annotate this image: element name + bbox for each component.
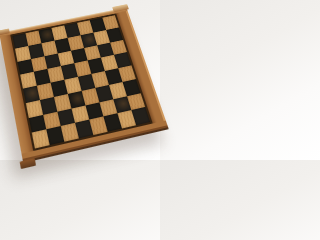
photo-scene bbox=[0, 0, 160, 160]
rail-end-cap-bottom-left bbox=[20, 158, 36, 160]
board-grid bbox=[12, 15, 150, 148]
rail-end-cap-top-left bbox=[0, 28, 10, 35]
rail-end-cap-top-right bbox=[112, 4, 129, 12]
board-inlay-seam bbox=[10, 13, 153, 151]
